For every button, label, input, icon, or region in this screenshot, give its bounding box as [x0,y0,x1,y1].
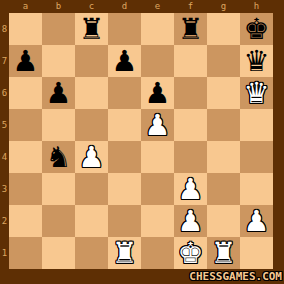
rank-label-6: 6 [0,77,9,109]
piece-black-pawn-b6: ♟ [42,77,75,109]
square-h3[interactable] [240,173,273,205]
square-b3[interactable] [42,173,75,205]
chess-board-frame: abcdefgh 87654321 ♜♜♚♟♟♛♟♟♛♟♞♟♟♟♟♜♚♜ CHE… [0,0,284,284]
square-f6[interactable] [174,77,207,109]
square-d5[interactable] [108,109,141,141]
square-c4[interactable]: ♟ [75,141,108,173]
file-label-g: g [207,0,240,13]
square-g1[interactable]: ♜ [207,237,240,269]
square-c8[interactable]: ♜ [75,13,108,45]
rank-label-4: 4 [0,141,9,173]
square-a1[interactable] [9,237,42,269]
square-e4[interactable] [141,141,174,173]
square-h6[interactable]: ♛ [240,77,273,109]
piece-black-queen-h7: ♛ [240,45,273,77]
square-e7[interactable] [141,45,174,77]
square-f1[interactable]: ♚ [174,237,207,269]
piece-white-pawn-f2: ♟ [174,205,207,237]
piece-white-rook-g1: ♜ [207,237,240,269]
square-d1[interactable]: ♜ [108,237,141,269]
file-label-e: e [141,0,174,13]
square-b8[interactable] [42,13,75,45]
square-c1[interactable] [75,237,108,269]
piece-black-rook-f8: ♜ [174,13,207,45]
square-h2[interactable]: ♟ [240,205,273,237]
square-b1[interactable] [42,237,75,269]
chessgames-watermark: CHESSGAMES.COM [189,270,282,283]
piece-white-pawn-h2: ♟ [240,205,273,237]
square-g6[interactable] [207,77,240,109]
file-label-d: d [108,0,141,13]
rank-label-3: 3 [0,173,9,205]
square-d6[interactable] [108,77,141,109]
file-label-a: a [9,0,42,13]
square-g2[interactable] [207,205,240,237]
square-b4[interactable]: ♞ [42,141,75,173]
square-f7[interactable] [174,45,207,77]
square-g7[interactable] [207,45,240,77]
square-c6[interactable] [75,77,108,109]
square-d2[interactable] [108,205,141,237]
piece-black-king-h8: ♚ [240,13,273,45]
piece-white-queen-h6: ♛ [240,77,273,109]
piece-white-pawn-c4: ♟ [75,141,108,173]
square-d7[interactable]: ♟ [108,45,141,77]
square-a5[interactable] [9,109,42,141]
square-a2[interactable] [9,205,42,237]
rank-label-2: 2 [0,205,9,237]
square-g4[interactable] [207,141,240,173]
piece-black-pawn-e6: ♟ [141,77,174,109]
square-g3[interactable] [207,173,240,205]
square-d8[interactable] [108,13,141,45]
square-d3[interactable] [108,173,141,205]
square-f3[interactable]: ♟ [174,173,207,205]
rank-label-5: 5 [0,109,9,141]
rank-label-8: 8 [0,13,9,45]
square-e1[interactable] [141,237,174,269]
piece-black-rook-c8: ♜ [75,13,108,45]
square-b6[interactable]: ♟ [42,77,75,109]
piece-black-knight-b4: ♞ [42,141,75,173]
piece-black-pawn-d7: ♟ [108,45,141,77]
square-a7[interactable]: ♟ [9,45,42,77]
square-f4[interactable] [174,141,207,173]
square-h1[interactable] [240,237,273,269]
square-e6[interactable]: ♟ [141,77,174,109]
square-h4[interactable] [240,141,273,173]
square-a3[interactable] [9,173,42,205]
rank-label-1: 1 [0,237,9,269]
square-a4[interactable] [9,141,42,173]
square-h8[interactable]: ♚ [240,13,273,45]
square-g8[interactable] [207,13,240,45]
square-c7[interactable] [75,45,108,77]
file-label-b: b [42,0,75,13]
square-a8[interactable] [9,13,42,45]
square-e8[interactable] [141,13,174,45]
rank-labels: 87654321 [0,13,9,269]
square-c2[interactable] [75,205,108,237]
piece-black-pawn-a7: ♟ [9,45,42,77]
square-c5[interactable] [75,109,108,141]
piece-white-pawn-e5: ♟ [141,109,174,141]
square-c3[interactable] [75,173,108,205]
square-e2[interactable] [141,205,174,237]
square-h7[interactable]: ♛ [240,45,273,77]
square-b2[interactable] [42,205,75,237]
piece-white-pawn-f3: ♟ [174,173,207,205]
file-labels: abcdefgh [9,0,273,13]
piece-white-rook-d1: ♜ [108,237,141,269]
square-b7[interactable] [42,45,75,77]
chess-board: ♜♜♚♟♟♛♟♟♛♟♞♟♟♟♟♜♚♜ [9,13,273,269]
square-b5[interactable] [42,109,75,141]
square-f2[interactable]: ♟ [174,205,207,237]
square-e3[interactable] [141,173,174,205]
rank-label-7: 7 [0,45,9,77]
square-f5[interactable] [174,109,207,141]
square-e5[interactable]: ♟ [141,109,174,141]
square-g5[interactable] [207,109,240,141]
square-f8[interactable]: ♜ [174,13,207,45]
square-h5[interactable] [240,109,273,141]
square-d4[interactable] [108,141,141,173]
piece-white-king-f1: ♚ [174,237,207,269]
square-a6[interactable] [9,77,42,109]
